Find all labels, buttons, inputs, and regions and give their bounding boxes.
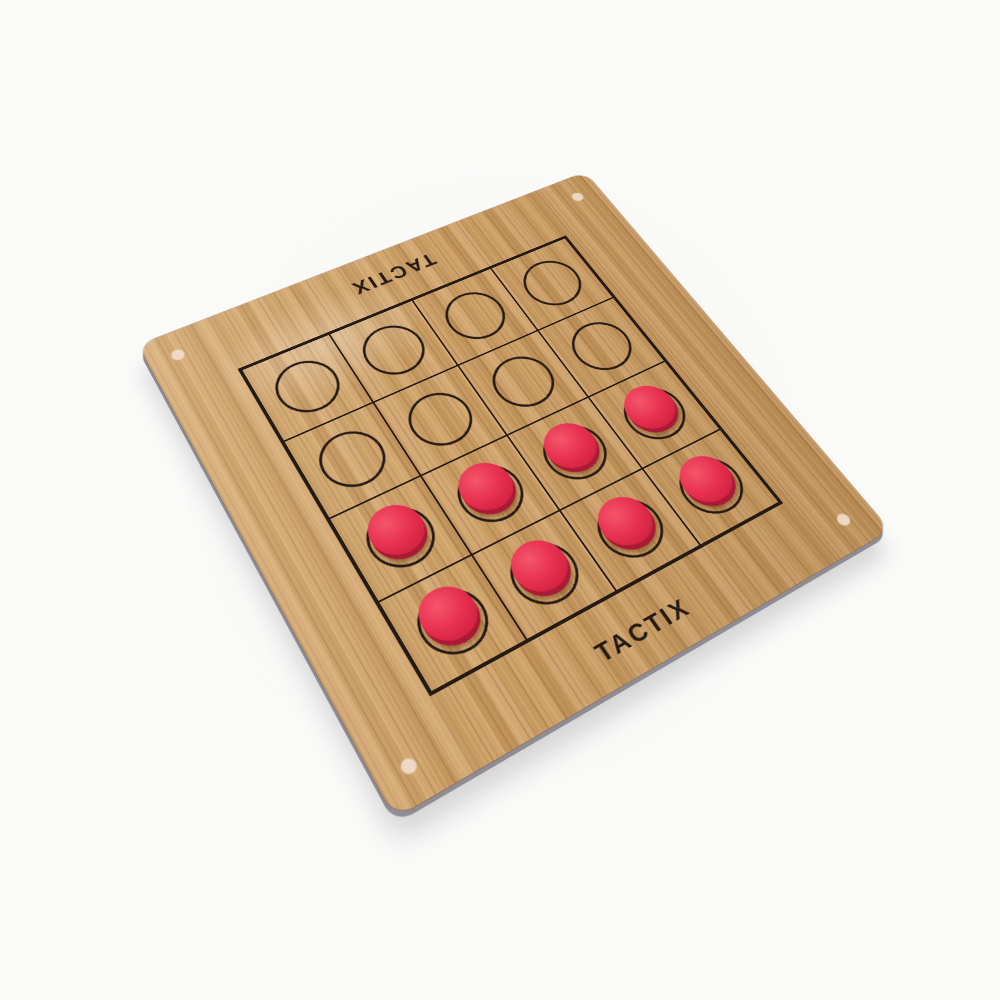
red-disc[interactable] [669, 448, 743, 510]
cell-circle [404, 578, 501, 667]
cell-circle [611, 379, 697, 449]
cell-circle [497, 532, 591, 616]
red-disc[interactable] [407, 577, 487, 651]
cell-circle [434, 284, 516, 347]
red-disc[interactable] [533, 415, 606, 476]
red-disc[interactable] [614, 378, 685, 436]
photo-background: TACTIX TACTIX [0, 0, 1000, 1000]
cell-circle [531, 416, 619, 489]
cell-circle [397, 384, 484, 456]
red-disc[interactable] [357, 496, 434, 564]
red-disc[interactable] [587, 488, 663, 554]
cell-circle [666, 448, 755, 523]
tactix-board: TACTIX TACTIX [138, 172, 890, 818]
cell-circle [264, 352, 350, 422]
cell-circle [584, 489, 675, 569]
red-disc[interactable] [500, 531, 578, 601]
cell-circle [354, 497, 447, 579]
cell-circle [512, 253, 592, 313]
cell-circle [445, 455, 535, 532]
red-disc[interactable] [448, 455, 523, 519]
cell-circle [481, 348, 566, 416]
cell-circle [307, 422, 396, 497]
cell-circle [352, 317, 436, 383]
cell-circle [560, 314, 643, 379]
